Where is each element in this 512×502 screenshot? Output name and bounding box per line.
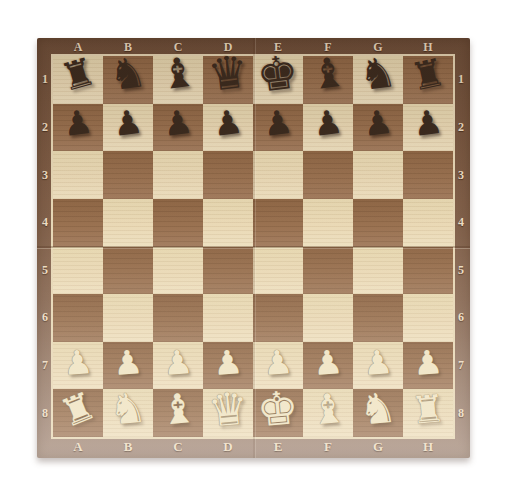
- square-b1[interactable]: ♞: [103, 56, 153, 104]
- square-f3[interactable]: [303, 151, 353, 199]
- square-h1[interactable]: ♜: [403, 56, 453, 104]
- piece-dark-rook-h1[interactable]: ♜: [407, 52, 448, 96]
- rank-labels-right: 12345678: [454, 56, 468, 437]
- piece-dark-pawn-g2[interactable]: ♟: [361, 105, 394, 141]
- file-label-bottom-e: E: [253, 438, 303, 456]
- file-label-bottom-h: H: [403, 438, 453, 456]
- rank-label-right-8: 8: [454, 389, 468, 437]
- file-label-bottom-d: D: [203, 438, 253, 456]
- piece-light-queen-d8[interactable]: ♛: [206, 385, 250, 433]
- piece-dark-knight-b1[interactable]: ♞: [107, 51, 149, 97]
- square-b7[interactable]: ♟: [103, 342, 153, 390]
- square-g2[interactable]: ♟: [353, 104, 403, 152]
- square-e5[interactable]: [253, 247, 303, 295]
- square-e3[interactable]: [253, 151, 303, 199]
- rank-label-left-3: 3: [38, 151, 52, 199]
- square-a2[interactable]: ♟: [53, 104, 103, 152]
- file-label-bottom-a: A: [53, 438, 103, 456]
- file-label-bottom-c: C: [153, 438, 203, 456]
- square-a7[interactable]: ♟: [53, 342, 103, 390]
- square-h2[interactable]: ♟: [403, 104, 453, 152]
- square-h4[interactable]: [403, 199, 453, 247]
- square-d6[interactable]: [203, 294, 253, 342]
- piece-dark-pawn-h2[interactable]: ♟: [411, 105, 444, 141]
- piece-dark-pawn-a2[interactable]: ♟: [61, 105, 94, 141]
- rank-label-left-5: 5: [38, 247, 52, 295]
- piece-dark-bishop-c1[interactable]: ♝: [157, 51, 198, 96]
- square-c6[interactable]: [153, 294, 203, 342]
- piece-dark-bishop-f1[interactable]: ♝: [307, 51, 348, 96]
- square-e6[interactable]: [253, 294, 303, 342]
- square-c4[interactable]: [153, 199, 203, 247]
- piece-dark-queen-d1[interactable]: ♛: [205, 49, 251, 99]
- rank-label-right-5: 5: [454, 247, 468, 295]
- file-label-bottom-b: B: [103, 438, 153, 456]
- square-e2[interactable]: ♟: [253, 104, 303, 152]
- rank-labels-left: 12345678: [38, 56, 52, 437]
- square-d2[interactable]: ♟: [203, 104, 253, 152]
- piece-light-bishop-c8[interactable]: ♝: [158, 387, 198, 431]
- square-a4[interactable]: [53, 199, 103, 247]
- rank-label-right-4: 4: [454, 199, 468, 247]
- square-g7[interactable]: ♟: [353, 342, 403, 390]
- rank-label-right-2: 2: [454, 104, 468, 152]
- piece-dark-pawn-c2[interactable]: ♟: [161, 105, 194, 141]
- piece-light-bishop-f8[interactable]: ♝: [308, 387, 348, 431]
- rank-label-left-1: 1: [38, 56, 52, 104]
- square-g1[interactable]: ♞: [353, 56, 403, 104]
- square-f8[interactable]: ♝: [303, 389, 353, 437]
- square-d3[interactable]: [203, 151, 253, 199]
- piece-light-knight-b8[interactable]: ♞: [107, 387, 148, 432]
- piece-light-rook-a8[interactable]: ♜: [55, 386, 101, 434]
- square-c3[interactable]: [153, 151, 203, 199]
- rank-label-left-4: 4: [38, 199, 52, 247]
- rank-label-right-7: 7: [454, 342, 468, 390]
- piece-dark-king-e1[interactable]: ♚: [255, 48, 302, 99]
- chess-board: ABCDEFGH ABCDEFGH 12345678 12345678 ♜♞♝♛…: [37, 38, 470, 458]
- square-a8[interactable]: ♜: [53, 389, 103, 437]
- square-g6[interactable]: [353, 294, 403, 342]
- square-b5[interactable]: [103, 247, 153, 295]
- square-b3[interactable]: [103, 151, 153, 199]
- piece-light-pawn-g7[interactable]: ♟: [362, 345, 394, 380]
- rank-label-right-3: 3: [454, 151, 468, 199]
- square-a3[interactable]: [53, 151, 103, 199]
- square-d1[interactable]: ♛: [203, 56, 253, 104]
- rank-label-right-6: 6: [454, 294, 468, 342]
- square-d5[interactable]: [203, 247, 253, 295]
- piece-dark-pawn-e2[interactable]: ♟: [261, 105, 294, 141]
- piece-dark-knight-g1[interactable]: ♞: [357, 51, 399, 97]
- piece-light-pawn-b7[interactable]: ♟: [112, 345, 144, 380]
- square-f2[interactable]: ♟: [303, 104, 353, 152]
- piece-dark-pawn-d2[interactable]: ♟: [211, 105, 244, 141]
- rank-label-left-7: 7: [38, 342, 52, 390]
- piece-light-knight-g8[interactable]: ♞: [357, 387, 398, 432]
- square-h3[interactable]: [403, 151, 453, 199]
- square-b6[interactable]: [103, 294, 153, 342]
- square-e8[interactable]: ♚: [253, 389, 303, 437]
- square-d4[interactable]: [203, 199, 253, 247]
- square-f5[interactable]: [303, 247, 353, 295]
- photo-background: ABCDEFGH ABCDEFGH 12345678 12345678 ♜♞♝♛…: [0, 0, 512, 502]
- square-h6[interactable]: [403, 294, 453, 342]
- square-a6[interactable]: [53, 294, 103, 342]
- board-grid: ♜♞♝♛♚♝♞♜♟♟♟♟♟♟♟♟♟♟♟♟♟♟♟♟♜♞♝♛♚♝♞♜: [53, 56, 453, 437]
- piece-light-pawn-e7[interactable]: ♟: [262, 345, 294, 380]
- square-h5[interactable]: [403, 247, 453, 295]
- square-f1[interactable]: ♝: [303, 56, 353, 104]
- piece-dark-pawn-b2[interactable]: ♟: [111, 105, 144, 141]
- square-f4[interactable]: [303, 199, 353, 247]
- square-f6[interactable]: [303, 294, 353, 342]
- square-c7[interactable]: ♟: [153, 342, 203, 390]
- file-label-bottom-f: F: [303, 438, 353, 456]
- piece-dark-pawn-f2[interactable]: ♟: [311, 105, 344, 141]
- square-b2[interactable]: ♟: [103, 104, 153, 152]
- piece-light-pawn-f7[interactable]: ♟: [312, 345, 344, 380]
- square-g3[interactable]: [353, 151, 403, 199]
- square-h7[interactable]: ♟: [403, 342, 453, 390]
- square-h8[interactable]: ♜: [403, 389, 453, 437]
- square-c5[interactable]: [153, 247, 203, 295]
- square-d8[interactable]: ♛: [203, 389, 253, 437]
- square-b8[interactable]: ♞: [103, 389, 153, 437]
- piece-light-pawn-c7[interactable]: ♟: [162, 345, 194, 380]
- piece-light-pawn-d7[interactable]: ♟: [212, 345, 244, 380]
- square-c1[interactable]: ♝: [153, 56, 203, 104]
- piece-light-rook-h8[interactable]: ♜: [409, 389, 446, 430]
- file-label-bottom-g: G: [353, 438, 403, 456]
- square-g8[interactable]: ♞: [353, 389, 403, 437]
- square-a5[interactable]: [53, 247, 103, 295]
- square-c8[interactable]: ♝: [153, 389, 203, 437]
- rank-label-left-8: 8: [38, 389, 52, 437]
- piece-light-king-e8[interactable]: ♚: [255, 384, 300, 433]
- square-c2[interactable]: ♟: [153, 104, 203, 152]
- square-g5[interactable]: [353, 247, 403, 295]
- piece-dark-rook-a1[interactable]: ♜: [56, 52, 99, 98]
- square-f7[interactable]: ♟: [303, 342, 353, 390]
- square-e4[interactable]: [253, 199, 303, 247]
- piece-light-pawn-h7[interactable]: ♟: [412, 345, 444, 380]
- square-e1[interactable]: ♚: [253, 56, 303, 104]
- rank-label-right-1: 1: [454, 56, 468, 104]
- rank-label-left-6: 6: [38, 294, 52, 342]
- piece-light-pawn-a7[interactable]: ♟: [62, 345, 94, 380]
- rank-label-left-2: 2: [38, 104, 52, 152]
- square-b4[interactable]: [103, 199, 153, 247]
- square-g4[interactable]: [353, 199, 403, 247]
- file-labels-bottom: ABCDEFGH: [53, 438, 453, 456]
- square-a1[interactable]: ♜: [53, 56, 103, 104]
